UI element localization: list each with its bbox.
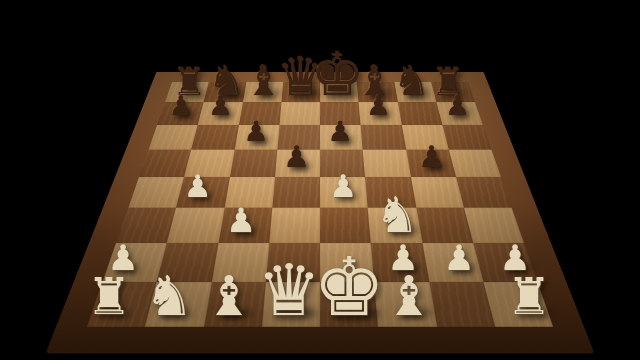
piece-black-pawn-a7[interactable]: ♟ [169,92,193,119]
piece-white-pawn-g2[interactable]: ♟ [443,240,475,275]
piece-white-rook-a1[interactable]: ♜ [86,272,131,323]
pieces-layer: ♜♞♝♛♚♝♞♜♟♟♟♟♟♟♟♟♟♟♟♞♟♟♟♟♜♞♝♛♚♝♜ [0,0,640,360]
piece-white-king-e1[interactable]: ♚ [313,247,385,328]
piece-white-pawn-b4[interactable]: ♟ [184,171,212,202]
piece-white-knight-f3[interactable]: ♞ [375,191,419,240]
piece-white-pawn-e4[interactable]: ♟ [329,171,357,202]
piece-black-pawn-f7[interactable]: ♟ [366,92,390,119]
piece-white-rook-h1[interactable]: ♜ [506,272,551,323]
chess-app-window: ♜♞♝♛♚♝♞♜♟♟♟♟♟♟♟♟♟♟♟♞♟♟♟♟♜♞♝♛♚♝♜ [0,0,640,360]
piece-black-pawn-e6[interactable]: ♟ [328,118,353,146]
piece-black-pawn-h7[interactable]: ♟ [445,92,469,119]
piece-black-pawn-c6[interactable]: ♟ [244,118,269,146]
piece-black-pawn-b7[interactable]: ♟ [208,92,232,119]
piece-white-queen-d1[interactable]: ♛ [257,255,321,326]
piece-white-bishop-f1[interactable]: ♝ [384,269,433,324]
piece-white-knight-b1[interactable]: ♞ [144,269,193,324]
piece-black-pawn-g5[interactable]: ♟ [418,143,444,173]
piece-white-pawn-c3[interactable]: ♟ [226,204,256,238]
piece-white-bishop-c1[interactable]: ♝ [204,269,253,324]
piece-black-knight-g8[interactable]: ♞ [393,61,430,102]
piece-black-pawn-d5[interactable]: ♟ [283,143,309,173]
